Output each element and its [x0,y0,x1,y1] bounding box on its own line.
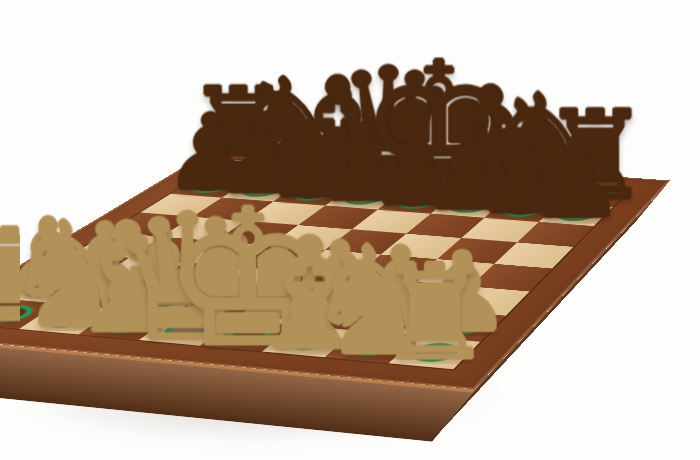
scene: ♜♞♝♛♚♝♞♜♟♟♟♟♟♟♟♟♟♟♟♟♟♟♟♟♜♞♝♛♚♝♞♜ [0,0,700,460]
square-h1[interactable]: ♜ [389,336,481,369]
board-squares: ♜♞♝♛♚♝♞♜♟♟♟♟♟♟♟♟♟♟♟♟♟♟♟♟♜♞♝♛♚♝♞♜ [0,159,631,369]
white-rook-glyph: ♜ [376,247,494,379]
product-photo: ♜♞♝♛♚♝♞♜♟♟♟♟♟♟♟♟♟♟♟♟♟♟♟♟♜♞♝♛♚♝♞♜ [0,0,700,460]
chess-board: ♜♞♝♛♚♝♞♜♟♟♟♟♟♟♟♟♟♟♟♟♟♟♟♟♜♞♝♛♚♝♞♜ [0,148,670,389]
